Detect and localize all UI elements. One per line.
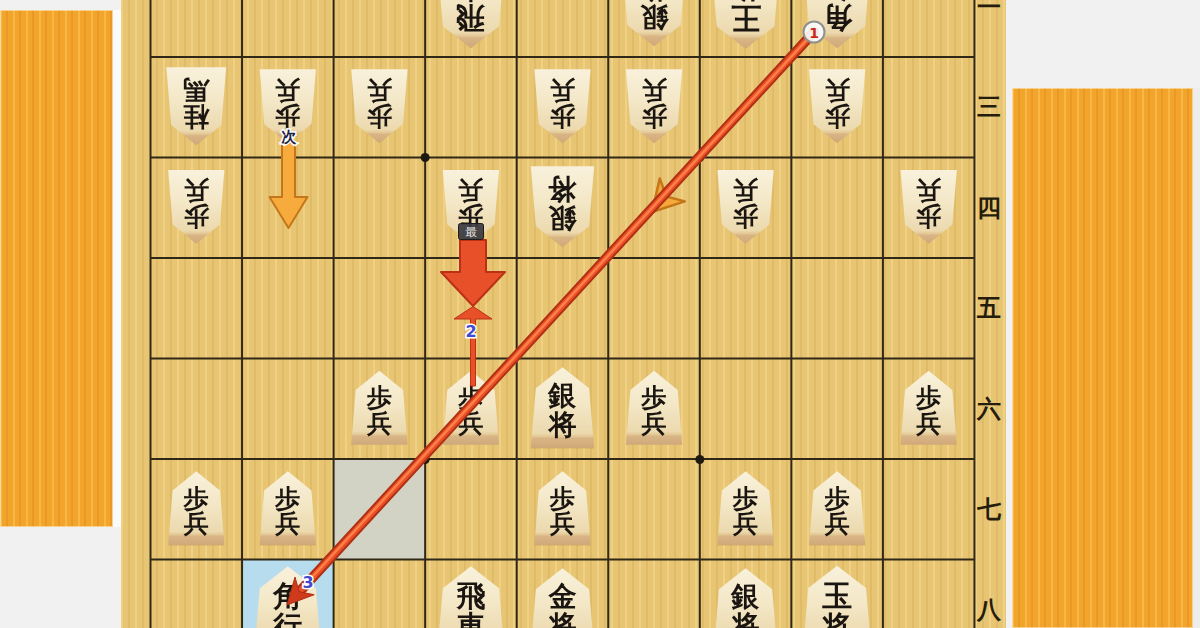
piece-kanji: 歩兵 bbox=[367, 385, 392, 436]
piece-kanji: 銀将 bbox=[732, 583, 760, 628]
piece-kanji: 歩兵 bbox=[275, 78, 300, 129]
highlight-square-7七[interactable] bbox=[334, 459, 426, 560]
rank-label-八: 八 bbox=[972, 594, 1006, 626]
piece-kanji: 歩兵 bbox=[458, 178, 483, 229]
rank-label-一: 一 bbox=[972, 0, 1006, 23]
piece-kanji: 王将 bbox=[731, 0, 761, 33]
piece-kanji: 歩兵 bbox=[550, 486, 575, 537]
piece-kanji: 歩兵 bbox=[733, 178, 758, 229]
piece-kanji: 玉将 bbox=[822, 581, 852, 628]
rank-label-五: 五 bbox=[972, 292, 1006, 324]
piece-kanji: 歩兵 bbox=[916, 178, 941, 229]
rank-label-三: 三 bbox=[972, 91, 1006, 123]
piece-kanji: 歩兵 bbox=[642, 78, 667, 129]
piece-kanji: 銀将 bbox=[548, 382, 576, 439]
rank-label-七: 七 bbox=[972, 493, 1006, 525]
piece-kanji: 角行 bbox=[273, 582, 302, 628]
piece-kanji: 銀将 bbox=[548, 175, 576, 232]
piece-kanji: 金将 bbox=[548, 583, 576, 628]
piece-kanji: 飛車 bbox=[456, 0, 485, 32]
right-edge-strip bbox=[1193, 88, 1200, 628]
rank-label-四: 四 bbox=[972, 192, 1006, 224]
piece-kanji: 歩兵 bbox=[825, 486, 850, 537]
rank-label-六: 六 bbox=[972, 393, 1006, 425]
piece-kanji: 歩兵 bbox=[184, 178, 209, 229]
piece-kanji: 歩兵 bbox=[642, 385, 667, 436]
piece-kanji: 歩兵 bbox=[367, 78, 392, 129]
piece-kanji: 歩兵 bbox=[916, 385, 941, 436]
piece-kanji: 歩兵 bbox=[825, 78, 850, 129]
piece-kanji: 歩兵 bbox=[733, 486, 758, 537]
piece-kanji: 歩兵 bbox=[550, 78, 575, 129]
piece-kanji: 角行 bbox=[823, 0, 852, 32]
piece-kanji: 飛車 bbox=[456, 582, 485, 628]
piece-kanji: 歩兵 bbox=[275, 486, 300, 537]
piece-kanji: 銀将 bbox=[640, 0, 668, 31]
piece-kanji: 桂馬 bbox=[183, 77, 209, 130]
right-komadai-panel bbox=[1012, 88, 1193, 628]
piece-kanji: 歩兵 bbox=[458, 385, 483, 436]
piece-kanji: 歩兵 bbox=[184, 486, 209, 537]
left-komadai-panel bbox=[0, 10, 113, 527]
